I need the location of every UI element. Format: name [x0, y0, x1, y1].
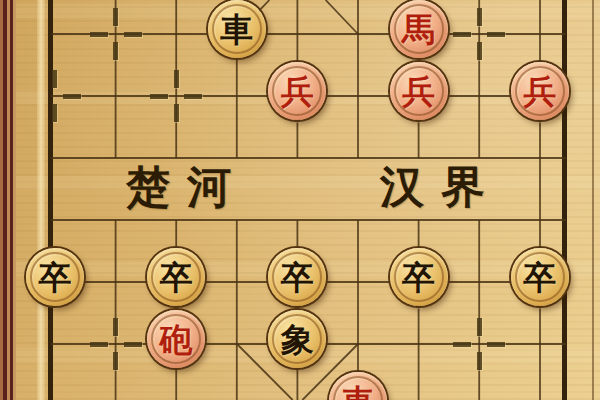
- piece-black-elephant[interactable]: 象: [268, 310, 326, 368]
- piece-black-soldier-3[interactable]: 卒: [268, 248, 326, 306]
- board-point: 兵: [388, 65, 449, 127]
- piece-glyph: 卒: [281, 261, 314, 294]
- piece-black-soldier-1[interactable]: 卒: [26, 248, 84, 306]
- piece-glyph: 馬: [402, 13, 435, 46]
- piece-glyph: 車: [341, 385, 374, 400]
- piece-glyph: 兵: [523, 75, 556, 108]
- board-point: 車: [328, 375, 389, 400]
- board-point: 砲: [146, 313, 207, 375]
- board-point: 馬: [388, 3, 449, 65]
- board-point: 象: [267, 313, 328, 375]
- piece-black-chariot[interactable]: 車: [208, 0, 266, 58]
- board-point: 車: [206, 3, 267, 65]
- piece-glyph: 兵: [281, 75, 314, 108]
- board-point: 兵: [509, 65, 570, 127]
- piece-red-soldier-2[interactable]: 兵: [390, 62, 448, 120]
- piece-red-chariot[interactable]: 車: [329, 372, 387, 400]
- piece-glyph: 砲: [160, 323, 193, 356]
- point-marker: [146, 65, 207, 127]
- piece-black-soldier-5[interactable]: 卒: [511, 248, 569, 306]
- point-marker: [85, 313, 146, 375]
- piece-red-soldier-1[interactable]: 兵: [268, 62, 326, 120]
- board-point: 卒: [25, 251, 86, 313]
- board-point: 兵: [267, 65, 328, 127]
- piece-glyph: 兵: [402, 75, 435, 108]
- piece-glyph: 卒: [38, 261, 71, 294]
- pieces-grid[interactable]: 車馬兵兵兵卒卒卒卒卒砲象車: [25, 3, 570, 400]
- board-point: 卒: [388, 251, 449, 313]
- piece-glyph: 卒: [402, 261, 435, 294]
- piece-glyph: 卒: [523, 261, 556, 294]
- piece-glyph: 卒: [160, 261, 193, 294]
- piece-glyph: 象: [281, 323, 314, 356]
- board-outer-right-line: [592, 0, 594, 400]
- piece-black-soldier-4[interactable]: 卒: [390, 248, 448, 306]
- xiangqi-board[interactable]: 楚河 汉界 車馬兵兵兵卒卒卒卒卒砲象車: [0, 0, 600, 400]
- board-point: 卒: [509, 251, 570, 313]
- piece-red-horse[interactable]: 馬: [390, 0, 448, 58]
- board-point: 卒: [267, 251, 328, 313]
- point-marker: [449, 3, 510, 65]
- piece-black-soldier-2[interactable]: 卒: [147, 248, 205, 306]
- point-marker: [25, 65, 86, 127]
- piece-red-cannon[interactable]: 砲: [147, 310, 205, 368]
- board-point: 卒: [146, 251, 207, 313]
- board-left-trim: [0, 0, 16, 400]
- point-marker: [449, 313, 510, 375]
- piece-glyph: 車: [220, 13, 253, 46]
- point-marker: [85, 3, 146, 65]
- piece-red-soldier-3[interactable]: 兵: [511, 62, 569, 120]
